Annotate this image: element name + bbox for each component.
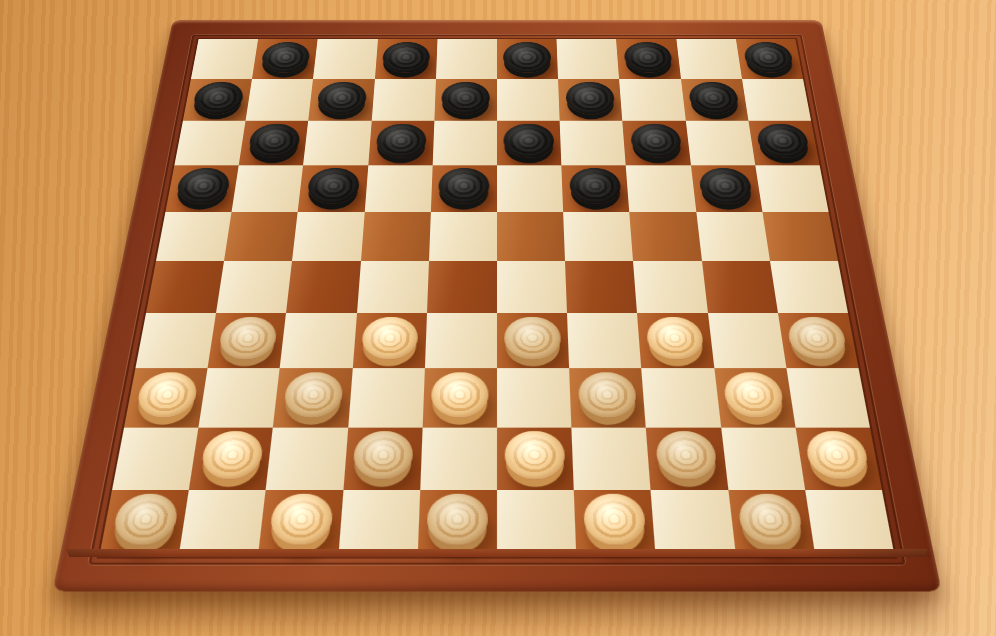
square-r5c7 (563, 212, 633, 261)
white-man[interactable] (786, 317, 849, 360)
square-r4c5[interactable] (431, 165, 497, 212)
white-man[interactable] (282, 372, 344, 418)
white-man[interactable] (217, 317, 278, 360)
square-r6c6 (497, 261, 567, 313)
square-r4c9[interactable] (691, 165, 763, 212)
square-r8c1[interactable] (124, 368, 208, 427)
square-r6c4 (357, 261, 429, 313)
square-r7c6[interactable] (497, 313, 569, 368)
square-r6c1[interactable] (146, 261, 224, 313)
black-man[interactable] (504, 124, 554, 158)
square-r7c1 (135, 313, 216, 368)
black-man[interactable] (504, 42, 552, 73)
square-r6c5[interactable] (427, 261, 497, 313)
square-r4c7[interactable] (562, 165, 630, 212)
square-r3c10[interactable] (748, 121, 819, 165)
square-r8c10 (786, 368, 870, 427)
black-man[interactable] (698, 168, 754, 204)
square-r8c3[interactable] (273, 368, 352, 427)
black-man[interactable] (438, 168, 490, 204)
square-r7c2[interactable] (208, 313, 287, 368)
square-r6c8 (633, 261, 707, 313)
black-man[interactable] (630, 124, 683, 158)
square-r2c7[interactable] (558, 79, 622, 121)
square-r9c7 (572, 427, 651, 490)
square-r9c2[interactable] (189, 427, 273, 490)
square-r3c6[interactable] (497, 121, 562, 165)
white-man[interactable] (737, 494, 805, 546)
square-r5c5 (429, 212, 497, 261)
white-man[interactable] (655, 431, 719, 480)
square-r8c8 (642, 368, 721, 427)
square-r1c10[interactable] (736, 39, 803, 79)
white-man[interactable] (804, 431, 871, 480)
square-r4c10 (755, 165, 828, 212)
square-r1c5 (436, 39, 497, 79)
square-r8c5[interactable] (422, 368, 497, 427)
square-r1c6[interactable] (497, 39, 558, 79)
white-man[interactable] (427, 494, 489, 546)
square-r3c5 (432, 121, 497, 165)
black-man[interactable] (316, 82, 367, 115)
square-r6c2 (216, 261, 292, 313)
black-man[interactable] (382, 42, 431, 73)
square-r1c2[interactable] (252, 39, 318, 79)
square-r3c1 (174, 121, 245, 165)
square-r2c1[interactable] (183, 79, 252, 121)
square-r4c8 (626, 165, 696, 212)
square-r3c8[interactable] (623, 121, 691, 165)
square-r1c4[interactable] (375, 39, 438, 79)
square-r1c3 (313, 39, 377, 79)
square-r9c10[interactable] (795, 427, 882, 490)
square-r7c5 (425, 313, 497, 368)
white-man[interactable] (505, 317, 561, 360)
square-r8c9[interactable] (714, 368, 795, 427)
square-r5c10[interactable] (762, 212, 838, 261)
square-r10c10 (805, 490, 895, 557)
black-man[interactable] (247, 124, 301, 158)
black-man[interactable] (565, 82, 615, 115)
square-r5c9 (696, 212, 770, 261)
square-r2c3[interactable] (309, 79, 375, 121)
square-r9c3 (266, 427, 348, 490)
square-r3c4[interactable] (368, 121, 434, 165)
square-r3c3 (303, 121, 371, 165)
square-r10c3[interactable] (258, 490, 343, 557)
square-r10c1[interactable] (99, 490, 189, 557)
square-r3c7 (560, 121, 626, 165)
square-r7c8[interactable] (637, 313, 714, 368)
square-r5c4[interactable] (361, 212, 431, 261)
square-r8c7[interactable] (569, 368, 646, 427)
square-r9c5 (420, 427, 497, 490)
black-man[interactable] (306, 168, 360, 204)
black-man[interactable] (191, 82, 245, 115)
white-man[interactable] (268, 494, 334, 546)
square-r5c6[interactable] (497, 212, 565, 261)
square-r5c8[interactable] (630, 212, 702, 261)
square-r7c9 (708, 313, 787, 368)
black-man[interactable] (623, 42, 673, 73)
square-r1c1 (191, 39, 258, 79)
square-r6c10 (770, 261, 848, 313)
square-r2c8 (619, 79, 685, 121)
black-man[interactable] (260, 42, 311, 73)
square-r10c9[interactable] (728, 490, 815, 557)
square-r6c9[interactable] (702, 261, 778, 313)
square-r2c5[interactable] (434, 79, 497, 121)
square-r2c2 (246, 79, 314, 121)
white-man[interactable] (583, 494, 647, 546)
square-r8c6 (497, 368, 572, 427)
square-r6c7[interactable] (565, 261, 637, 313)
square-r8c4 (348, 368, 425, 427)
draughts-board (99, 39, 894, 556)
white-man[interactable] (361, 317, 419, 360)
white-man[interactable] (110, 494, 180, 546)
square-r4c2 (232, 165, 304, 212)
square-r5c3 (292, 212, 364, 261)
square-r2c6 (497, 79, 560, 121)
square-r7c3 (280, 313, 357, 368)
square-r7c7 (567, 313, 641, 368)
square-r6c3[interactable] (286, 261, 360, 313)
square-r10c6 (497, 490, 577, 557)
square-r5c2[interactable] (224, 212, 298, 261)
square-r9c4[interactable] (343, 427, 422, 490)
square-r10c8 (651, 490, 736, 557)
black-man[interactable] (569, 168, 622, 204)
square-r10c5[interactable] (417, 490, 497, 557)
square-r4c4 (364, 165, 432, 212)
square-r9c1 (112, 427, 199, 490)
photo-scene (0, 0, 996, 636)
black-man[interactable] (441, 82, 490, 115)
black-man[interactable] (743, 42, 795, 73)
board-frame (52, 20, 941, 591)
white-man[interactable] (645, 317, 705, 360)
square-r1c8[interactable] (616, 39, 680, 79)
square-r4c6 (497, 165, 563, 212)
square-r2c10 (742, 79, 811, 121)
square-r1c9 (676, 39, 742, 79)
white-man[interactable] (352, 431, 414, 480)
white-man[interactable] (199, 431, 265, 480)
square-r4c1[interactable] (165, 165, 238, 212)
square-r9c6[interactable] (497, 427, 574, 490)
square-r4c3[interactable] (298, 165, 368, 212)
white-man[interactable] (722, 372, 785, 418)
square-r9c9 (721, 427, 805, 490)
square-r7c4[interactable] (352, 313, 426, 368)
square-r3c2[interactable] (239, 121, 309, 165)
white-man[interactable] (577, 372, 637, 418)
square-r7c10[interactable] (778, 313, 859, 368)
board-3d-wrap (52, 20, 941, 591)
black-man[interactable] (688, 82, 741, 115)
square-r2c4 (371, 79, 435, 121)
black-man[interactable] (756, 124, 812, 158)
white-man[interactable] (505, 431, 565, 480)
square-r3c9 (685, 121, 755, 165)
black-man[interactable] (376, 124, 428, 158)
square-r1c7 (557, 39, 620, 79)
white-man[interactable] (134, 372, 199, 418)
square-r10c7[interactable] (574, 490, 656, 557)
square-r10c4 (338, 490, 420, 557)
white-man[interactable] (431, 372, 489, 418)
square-r9c8[interactable] (646, 427, 728, 490)
square-r5c1 (156, 212, 232, 261)
square-r10c2 (179, 490, 266, 557)
square-r2c9[interactable] (681, 79, 749, 121)
black-man[interactable] (174, 168, 231, 204)
square-r8c2 (199, 368, 280, 427)
